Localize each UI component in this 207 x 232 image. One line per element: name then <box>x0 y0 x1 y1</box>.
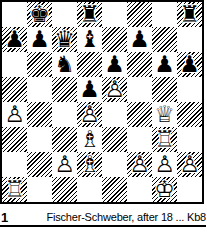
piece-white-pawn: ♙ <box>52 152 77 177</box>
square-h4 <box>177 102 202 127</box>
square-a3 <box>2 127 27 152</box>
piece-black-pawn: ♟ <box>2 27 27 52</box>
square-c3 <box>52 127 77 152</box>
square-f5 <box>127 77 152 102</box>
square-g6: ♟ <box>152 52 177 77</box>
square-f7: ♟ <box>127 27 152 52</box>
piece-white-pawn: ♙ <box>127 152 152 177</box>
piece-white-bishop: ♗ <box>77 152 102 177</box>
square-f4 <box>127 102 152 127</box>
square-a4: ♟♙ <box>2 102 27 127</box>
piece-black-rook: ♜ <box>177 2 202 27</box>
caption-bar: 1 Fischer-Schweber, after 18 ... Kb8 <box>0 204 206 225</box>
square-h3 <box>177 127 202 152</box>
square-e3 <box>102 127 127 152</box>
piece-black-pawn: ♟ <box>177 52 202 77</box>
piece-white-bishop: ♗ <box>77 127 102 152</box>
square-h2: ♟♙ <box>177 152 202 177</box>
square-f2: ♟♙ <box>127 152 152 177</box>
piece-black-knight: ♞ <box>52 52 77 77</box>
bottom-rule <box>0 225 206 227</box>
piece-black-pawn: ♟ <box>152 52 177 77</box>
square-g4: ♛♕ <box>152 102 177 127</box>
chess-diagram-page: { "game": "chess", "position": { "fen": … <box>0 0 206 232</box>
square-a8 <box>2 2 27 27</box>
piece-white-pawn: ♙ <box>152 152 177 177</box>
square-b3 <box>27 127 52 152</box>
caption-text: Fischer-Schweber, after 18 ... Kb8 <box>47 212 207 223</box>
square-h1 <box>177 177 202 202</box>
piece-black-queen: ♛ <box>52 27 77 52</box>
piece-black-rook: ♜ <box>77 2 102 27</box>
diagram-number: 1 <box>1 211 8 224</box>
square-d7: ♝ <box>77 27 102 52</box>
piece-white-rook: ♖ <box>152 127 177 152</box>
piece-black-pawn: ♟ <box>127 27 152 52</box>
square-c8 <box>52 2 77 27</box>
piece-white-rook: ♖ <box>2 177 27 202</box>
square-b2 <box>27 152 52 177</box>
piece-black-pawn: ♟ <box>27 27 52 52</box>
square-f1 <box>127 177 152 202</box>
piece-black-bishop: ♝ <box>77 27 102 52</box>
square-a5 <box>2 77 27 102</box>
square-g3: ♜♖ <box>152 127 177 152</box>
square-f8 <box>127 2 152 27</box>
square-g8 <box>152 2 177 27</box>
square-e8 <box>102 2 127 27</box>
square-d5: ♟ <box>77 77 102 102</box>
piece-black-pawn: ♟ <box>102 52 127 77</box>
square-e1 <box>102 177 127 202</box>
square-e6: ♟ <box>102 52 127 77</box>
square-g5 <box>152 77 177 102</box>
square-d3: ♝♗ <box>77 127 102 152</box>
square-g7 <box>152 27 177 52</box>
chess-board: ♚♜♜♟♟♛♝♟♞♟♟♟♟♟♙♟♙♟♙♛♕♝♗♜♖♟♙♝♗♟♙♟♙♟♙♜♖♚♔ <box>0 0 204 204</box>
square-b4 <box>27 102 52 127</box>
square-c2: ♟♙ <box>52 152 77 177</box>
piece-white-pawn: ♙ <box>2 102 27 127</box>
piece-white-pawn: ♙ <box>177 152 202 177</box>
square-h5 <box>177 77 202 102</box>
square-b6 <box>27 52 52 77</box>
square-h7 <box>177 27 202 52</box>
piece-white-pawn: ♙ <box>77 102 102 127</box>
square-a2 <box>2 152 27 177</box>
piece-white-pawn: ♙ <box>102 77 127 102</box>
square-e4 <box>102 102 127 127</box>
piece-white-queen: ♕ <box>152 102 177 127</box>
square-a7: ♟ <box>2 27 27 52</box>
square-b1 <box>27 177 52 202</box>
square-d6 <box>77 52 102 77</box>
square-f3 <box>127 127 152 152</box>
square-e2 <box>102 152 127 177</box>
square-c4 <box>52 102 77 127</box>
square-c7: ♛ <box>52 27 77 52</box>
square-c1 <box>52 177 77 202</box>
piece-black-pawn: ♟ <box>77 77 102 102</box>
square-a1: ♜♖ <box>2 177 27 202</box>
square-e7 <box>102 27 127 52</box>
square-e5: ♟♙ <box>102 77 127 102</box>
square-h6: ♟ <box>177 52 202 77</box>
square-d8: ♜ <box>77 2 102 27</box>
square-c5 <box>52 77 77 102</box>
square-h8: ♜ <box>177 2 202 27</box>
square-b7: ♟ <box>27 27 52 52</box>
square-a6 <box>2 52 27 77</box>
square-b5 <box>27 77 52 102</box>
square-d1 <box>77 177 102 202</box>
piece-black-king: ♚ <box>27 2 52 27</box>
square-c6: ♞ <box>52 52 77 77</box>
square-d2: ♝♗ <box>77 152 102 177</box>
square-g2: ♟♙ <box>152 152 177 177</box>
square-d4: ♟♙ <box>77 102 102 127</box>
square-g1: ♚♔ <box>152 177 177 202</box>
square-b8: ♚ <box>27 2 52 27</box>
piece-white-king: ♔ <box>152 177 177 202</box>
square-f6 <box>127 52 152 77</box>
